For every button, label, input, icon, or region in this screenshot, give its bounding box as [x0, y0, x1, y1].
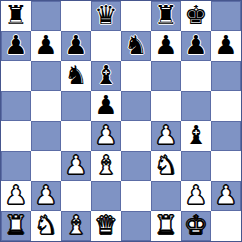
- square-b7[interactable]: ♟: [31, 31, 61, 61]
- black-rook[interactable]: ♜: [4, 2, 27, 28]
- black-bishop[interactable]: ♝: [184, 122, 207, 148]
- square-e7[interactable]: ♞: [121, 31, 151, 61]
- white-pawn[interactable]: ♟: [4, 182, 27, 208]
- square-d4[interactable]: ♟: [91, 121, 121, 151]
- square-h6[interactable]: [211, 61, 241, 91]
- black-pawn[interactable]: ♟: [214, 32, 237, 58]
- square-b1[interactable]: ♞: [31, 211, 61, 241]
- square-a3[interactable]: [1, 151, 31, 181]
- white-pawn[interactable]: ♟: [214, 182, 237, 208]
- square-a4[interactable]: [1, 121, 31, 151]
- square-h5[interactable]: [211, 91, 241, 121]
- black-pawn[interactable]: ♟: [34, 32, 57, 58]
- square-a6[interactable]: [1, 61, 31, 91]
- square-e4[interactable]: [121, 121, 151, 151]
- white-knight[interactable]: ♞: [154, 152, 177, 178]
- square-g8[interactable]: ♚: [181, 1, 211, 31]
- square-c2[interactable]: [61, 181, 91, 211]
- white-pawn[interactable]: ♟: [154, 122, 177, 148]
- square-c7[interactable]: ♟: [61, 31, 91, 61]
- square-g5[interactable]: [181, 91, 211, 121]
- square-g4[interactable]: ♝: [181, 121, 211, 151]
- white-pawn[interactable]: ♟: [94, 122, 117, 148]
- square-a1[interactable]: ♜: [1, 211, 31, 241]
- square-f7[interactable]: ♟: [151, 31, 181, 61]
- square-c3[interactable]: ♟: [61, 151, 91, 181]
- square-b4[interactable]: [31, 121, 61, 151]
- white-rook[interactable]: ♜: [154, 212, 177, 238]
- square-g6[interactable]: [181, 61, 211, 91]
- square-e2[interactable]: [121, 181, 151, 211]
- square-c6[interactable]: ♞: [61, 61, 91, 91]
- black-pawn[interactable]: ♟: [64, 32, 87, 58]
- white-king[interactable]: ♚: [184, 212, 207, 238]
- square-d6[interactable]: ♝: [91, 61, 121, 91]
- square-d7[interactable]: [91, 31, 121, 61]
- square-b2[interactable]: ♟: [31, 181, 61, 211]
- square-f1[interactable]: ♜: [151, 211, 181, 241]
- white-pawn[interactable]: ♟: [184, 182, 207, 208]
- square-d5[interactable]: ♟: [91, 91, 121, 121]
- square-f4[interactable]: ♟: [151, 121, 181, 151]
- black-knight[interactable]: ♞: [124, 32, 147, 58]
- square-d3[interactable]: ♝: [91, 151, 121, 181]
- square-b8[interactable]: [31, 1, 61, 31]
- square-g7[interactable]: ♟: [181, 31, 211, 61]
- square-a2[interactable]: ♟: [1, 181, 31, 211]
- square-c5[interactable]: [61, 91, 91, 121]
- square-a5[interactable]: [1, 91, 31, 121]
- square-e3[interactable]: [121, 151, 151, 181]
- square-f2[interactable]: [151, 181, 181, 211]
- square-f3[interactable]: ♞: [151, 151, 181, 181]
- square-h4[interactable]: [211, 121, 241, 151]
- black-rook[interactable]: ♜: [154, 2, 177, 28]
- square-e5[interactable]: [121, 91, 151, 121]
- black-king[interactable]: ♚: [184, 2, 207, 28]
- square-e6[interactable]: [121, 61, 151, 91]
- chess-board: ♜♛♜♚♟♟♟♞♟♟♟♞♝♟♟♟♝♟♝♞♟♟♟♟♜♞♝♛♜♚: [0, 0, 242, 242]
- square-d2[interactable]: [91, 181, 121, 211]
- square-b3[interactable]: [31, 151, 61, 181]
- square-c4[interactable]: [61, 121, 91, 151]
- black-pawn[interactable]: ♟: [94, 92, 117, 118]
- black-bishop[interactable]: ♝: [94, 62, 117, 88]
- square-h1[interactable]: [211, 211, 241, 241]
- square-a7[interactable]: ♟: [1, 31, 31, 61]
- chess-board-container: ♜♛♜♚♟♟♟♞♟♟♟♞♝♟♟♟♝♟♝♞♟♟♟♟♜♞♝♛♜♚: [0, 0, 242, 242]
- square-g3[interactable]: [181, 151, 211, 181]
- square-g2[interactable]: ♟: [181, 181, 211, 211]
- square-f6[interactable]: [151, 61, 181, 91]
- square-h7[interactable]: ♟: [211, 31, 241, 61]
- black-knight[interactable]: ♞: [64, 62, 87, 88]
- white-pawn[interactable]: ♟: [64, 152, 87, 178]
- square-b5[interactable]: [31, 91, 61, 121]
- white-bishop[interactable]: ♝: [64, 212, 87, 238]
- square-b6[interactable]: [31, 61, 61, 91]
- white-rook[interactable]: ♜: [4, 212, 27, 238]
- black-pawn[interactable]: ♟: [184, 32, 207, 58]
- black-pawn[interactable]: ♟: [4, 32, 27, 58]
- square-f5[interactable]: [151, 91, 181, 121]
- white-bishop[interactable]: ♝: [94, 152, 117, 178]
- square-e8[interactable]: [121, 1, 151, 31]
- square-d8[interactable]: ♛: [91, 1, 121, 31]
- square-h8[interactable]: [211, 1, 241, 31]
- square-c1[interactable]: ♝: [61, 211, 91, 241]
- white-queen[interactable]: ♛: [94, 212, 117, 238]
- square-d1[interactable]: ♛: [91, 211, 121, 241]
- square-h3[interactable]: [211, 151, 241, 181]
- white-knight[interactable]: ♞: [34, 212, 57, 238]
- square-f8[interactable]: ♜: [151, 1, 181, 31]
- black-queen[interactable]: ♛: [94, 2, 117, 28]
- square-g1[interactable]: ♚: [181, 211, 211, 241]
- square-a8[interactable]: ♜: [1, 1, 31, 31]
- square-e1[interactable]: [121, 211, 151, 241]
- black-pawn[interactable]: ♟: [154, 32, 177, 58]
- square-c8[interactable]: [61, 1, 91, 31]
- square-h2[interactable]: ♟: [211, 181, 241, 211]
- white-pawn[interactable]: ♟: [34, 182, 57, 208]
